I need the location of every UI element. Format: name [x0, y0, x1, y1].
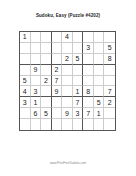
cell-r8c2: 6	[31, 108, 42, 119]
cell-r7c7	[83, 97, 94, 108]
cell-r5c5	[62, 76, 73, 87]
cell-r7c1: 3	[20, 97, 31, 108]
cell-r1c7	[83, 32, 94, 43]
sudoku-board: 14352589252743918731752659371	[19, 31, 116, 131]
cell-r1c2	[31, 32, 42, 43]
cell-r1c9	[104, 32, 115, 43]
cell-r5c3: 2	[41, 76, 52, 87]
cell-r9c9	[104, 119, 115, 130]
cell-r4c2: 9	[31, 65, 42, 76]
cell-r9c4	[52, 119, 63, 130]
cell-r8c6: 3	[73, 108, 84, 119]
cell-r8c9	[104, 108, 115, 119]
cell-r1c4	[52, 32, 63, 43]
cell-r4c9	[104, 65, 115, 76]
cell-r3c6: 5	[73, 54, 84, 65]
cell-r1c5: 4	[62, 32, 73, 43]
cell-r2c8	[94, 43, 105, 54]
cell-r7c4	[52, 97, 63, 108]
cell-r9c7	[83, 119, 94, 130]
cell-r8c4	[52, 108, 63, 119]
cell-r2c6	[73, 43, 84, 54]
cell-r2c1	[20, 43, 31, 54]
cell-r7c2: 1	[31, 97, 42, 108]
cell-r4c8	[94, 65, 105, 76]
cell-r6c6: 1	[73, 86, 84, 97]
cell-r1c8	[94, 32, 105, 43]
cell-r4c4: 2	[52, 65, 63, 76]
cell-r4c5	[62, 65, 73, 76]
cell-r8c7: 7	[83, 108, 94, 119]
cell-r6c9: 7	[104, 86, 115, 97]
cell-r2c3	[41, 43, 52, 54]
cell-r9c6	[73, 119, 84, 130]
cell-r3c1	[20, 54, 31, 65]
cell-r7c8: 5	[94, 97, 105, 108]
cell-r3c2	[31, 54, 42, 65]
cell-r4c6	[73, 65, 84, 76]
cell-r6c2: 3	[31, 86, 42, 97]
cell-r3c9: 8	[104, 54, 115, 65]
cell-r5c7	[83, 76, 94, 87]
cell-r2c4	[52, 43, 63, 54]
cell-r5c9	[104, 76, 115, 87]
cell-r3c7	[83, 54, 94, 65]
cell-r2c2	[31, 43, 42, 54]
page-title: Sudoku, Easy (Puzzle #4202)	[0, 13, 136, 18]
cell-r5c4: 7	[52, 76, 63, 87]
cell-r9c3	[41, 119, 52, 130]
cell-r5c2	[31, 76, 42, 87]
cell-r3c4	[52, 54, 63, 65]
cell-r8c5: 9	[62, 108, 73, 119]
cell-r3c3	[41, 54, 52, 65]
cell-r6c8	[94, 86, 105, 97]
cell-r8c8: 1	[94, 108, 105, 119]
cell-r8c3: 5	[41, 108, 52, 119]
cell-r8c1	[20, 108, 31, 119]
cell-r3c8	[94, 54, 105, 65]
cell-r7c9: 2	[104, 97, 115, 108]
cell-r7c3	[41, 97, 52, 108]
cell-r5c1: 5	[20, 76, 31, 87]
cell-r6c7: 8	[83, 86, 94, 97]
cell-r6c5	[62, 86, 73, 97]
cell-r6c3	[41, 86, 52, 97]
cell-r7c5	[62, 97, 73, 108]
cell-r9c2	[31, 119, 42, 130]
cell-r2c7: 3	[83, 43, 94, 54]
cell-r5c8	[94, 76, 105, 87]
cell-r2c9: 5	[104, 43, 115, 54]
cell-r3c5: 2	[62, 54, 73, 65]
cell-r2c5	[62, 43, 73, 54]
cell-r7c6: 7	[73, 97, 84, 108]
cell-r4c7	[83, 65, 94, 76]
cell-r4c3	[41, 65, 52, 76]
footer-url: www.PrintFreeSudoku.com	[0, 161, 136, 165]
cell-r1c3	[41, 32, 52, 43]
cell-r5c6	[73, 76, 84, 87]
cell-r1c6	[73, 32, 84, 43]
cell-r6c1: 4	[20, 86, 31, 97]
cell-r9c5	[62, 119, 73, 130]
cell-r6c4: 9	[52, 86, 63, 97]
cell-r9c8	[94, 119, 105, 130]
cell-r9c1	[20, 119, 31, 130]
cell-r1c1: 1	[20, 32, 31, 43]
cell-r4c1	[20, 65, 31, 76]
